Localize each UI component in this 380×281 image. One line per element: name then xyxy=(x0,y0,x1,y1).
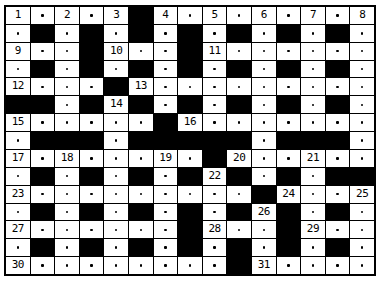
empty-cell-dot xyxy=(336,193,339,196)
cell-r9c5[interactable] xyxy=(104,150,128,167)
cell-r15c11[interactable]: 31 xyxy=(252,257,276,274)
cell-r5c3[interactable] xyxy=(55,78,79,95)
empty-cell-dot xyxy=(164,211,167,214)
clue-number: 3 xyxy=(113,7,119,21)
empty-cell-dot xyxy=(66,229,69,232)
block-r8c13 xyxy=(301,132,325,149)
cell-r5c7[interactable] xyxy=(154,78,178,95)
clue-number: 11 xyxy=(208,43,220,57)
empty-cell-dot xyxy=(90,86,93,89)
cell-r4c13[interactable] xyxy=(301,61,325,78)
cell-r13c15[interactable] xyxy=(350,221,374,238)
cell-r9c10[interactable]: 20 xyxy=(227,150,251,167)
empty-cell-dot xyxy=(140,50,143,53)
empty-cell-dot xyxy=(41,50,44,53)
clue-number: 4 xyxy=(162,7,168,21)
cell-r13c10[interactable] xyxy=(227,221,251,238)
empty-cell-dot xyxy=(213,32,216,35)
block-r11c11 xyxy=(252,186,276,203)
cell-r4c5[interactable] xyxy=(104,61,128,78)
cell-r3c6[interactable] xyxy=(129,43,153,60)
block-r10c14 xyxy=(326,168,350,185)
cell-r13c2[interactable] xyxy=(31,221,55,238)
cell-r9c4[interactable] xyxy=(80,150,104,167)
clue-number: 14 xyxy=(110,96,122,110)
cell-r4c3[interactable] xyxy=(55,61,79,78)
empty-cell-dot xyxy=(41,264,44,267)
block-r13c8 xyxy=(178,221,202,238)
cell-r13c3[interactable] xyxy=(55,221,79,238)
cell-r6c3[interactable] xyxy=(55,96,79,113)
block-r14c8 xyxy=(178,239,202,256)
cell-r2c9[interactable] xyxy=(203,25,227,42)
empty-cell-dot xyxy=(361,211,364,214)
cell-r10c7[interactable] xyxy=(154,168,178,185)
empty-cell-dot xyxy=(213,104,216,107)
clue-number: 30 xyxy=(12,257,24,271)
empty-cell-dot xyxy=(312,246,315,249)
empty-cell-dot xyxy=(312,104,315,107)
empty-cell-dot xyxy=(361,121,364,124)
empty-cell-dot xyxy=(263,104,266,107)
clue-number: 18 xyxy=(61,150,73,164)
cell-r3c14[interactable] xyxy=(326,43,350,60)
clue-number: 29 xyxy=(307,221,319,235)
cell-r7c8[interactable]: 16 xyxy=(178,114,202,131)
cell-r9c6[interactable] xyxy=(129,150,153,167)
cell-r3c12[interactable] xyxy=(277,43,301,60)
clue-number: 21 xyxy=(307,150,319,164)
cell-r4c9[interactable] xyxy=(203,61,227,78)
block-r2c8 xyxy=(178,25,202,42)
cell-r7c13[interactable] xyxy=(301,114,325,131)
empty-cell-dot xyxy=(115,229,118,232)
cell-r13c9[interactable]: 28 xyxy=(203,221,227,238)
cell-r4c15[interactable] xyxy=(350,61,374,78)
cell-r5c12[interactable] xyxy=(277,78,301,95)
cell-r3c3[interactable] xyxy=(55,43,79,60)
empty-cell-dot xyxy=(336,157,339,160)
cell-r3c2[interactable] xyxy=(31,43,55,60)
block-r10c4 xyxy=(80,168,104,185)
cell-r6c11[interactable] xyxy=(252,96,276,113)
cell-r10c11[interactable] xyxy=(252,168,276,185)
cell-r13c14[interactable] xyxy=(326,221,350,238)
empty-cell-dot xyxy=(287,14,290,17)
cell-r5c1[interactable]: 12 xyxy=(6,78,30,95)
empty-cell-dot xyxy=(66,86,69,89)
cell-r3c15[interactable] xyxy=(350,43,374,60)
cell-r14c11[interactable] xyxy=(252,239,276,256)
empty-cell-dot xyxy=(164,264,167,267)
block-r2c10 xyxy=(227,25,251,42)
cell-r9c11[interactable] xyxy=(252,150,276,167)
cell-r6c13[interactable] xyxy=(301,96,325,113)
cell-r9c13[interactable]: 21 xyxy=(301,150,325,167)
empty-cell-dot xyxy=(361,68,364,71)
empty-cell-dot xyxy=(361,86,364,89)
cell-r5c4[interactable] xyxy=(80,78,104,95)
cell-r3c11[interactable] xyxy=(252,43,276,60)
cell-r4c1[interactable] xyxy=(6,61,30,78)
block-r4c10 xyxy=(227,61,251,78)
empty-cell-dot xyxy=(115,246,118,249)
cell-r9c2[interactable] xyxy=(31,150,55,167)
cell-r6c5[interactable]: 14 xyxy=(104,96,128,113)
block-r10c10 xyxy=(227,168,251,185)
cell-r15c14[interactable] xyxy=(326,257,350,274)
empty-cell-dot xyxy=(189,264,192,267)
empty-cell-dot xyxy=(164,246,167,249)
cell-r12c13[interactable] xyxy=(301,204,325,221)
cell-r1c13[interactable]: 7 xyxy=(301,7,325,24)
cell-r6c15[interactable] xyxy=(350,96,374,113)
cell-r1c4[interactable] xyxy=(80,7,104,24)
clue-number: 5 xyxy=(212,7,218,21)
cell-r12c3[interactable] xyxy=(55,204,79,221)
empty-cell-dot xyxy=(361,229,364,232)
cell-r15c8[interactable] xyxy=(178,257,202,274)
block-r2c14 xyxy=(326,25,350,42)
cell-r15c5[interactable] xyxy=(104,257,128,274)
cell-r10c13[interactable] xyxy=(301,168,325,185)
cell-r4c11[interactable] xyxy=(252,61,276,78)
cell-r7c12[interactable] xyxy=(277,114,301,131)
block-r4c2 xyxy=(31,61,55,78)
cell-r8c11[interactable] xyxy=(252,132,276,149)
cell-r5c14[interactable] xyxy=(326,78,350,95)
block-r8c9 xyxy=(203,132,227,149)
cell-r2c7[interactable] xyxy=(154,25,178,42)
cell-r7c15[interactable] xyxy=(350,114,374,131)
empty-cell-dot xyxy=(263,121,266,124)
cell-r12c9[interactable] xyxy=(203,204,227,221)
cell-r4c7[interactable] xyxy=(154,61,178,78)
empty-cell-dot xyxy=(66,104,69,107)
cell-r15c13[interactable] xyxy=(301,257,325,274)
cell-r8c1[interactable] xyxy=(6,132,30,149)
empty-cell-dot xyxy=(115,211,118,214)
empty-cell-dot xyxy=(164,68,167,71)
cell-r13c7[interactable] xyxy=(154,221,178,238)
empty-cell-dot xyxy=(361,50,364,53)
cell-r5c9[interactable] xyxy=(203,78,227,95)
cell-r10c9[interactable]: 22 xyxy=(203,168,227,185)
empty-cell-dot xyxy=(336,14,339,17)
cell-r11c8[interactable] xyxy=(178,186,202,203)
empty-cell-dot xyxy=(263,50,266,53)
empty-cell-dot xyxy=(287,86,290,89)
cell-r14c1[interactable] xyxy=(6,239,30,256)
block-r8c3 xyxy=(55,132,79,149)
cell-r7c1[interactable]: 15 xyxy=(6,114,30,131)
cell-r13c1[interactable]: 27 xyxy=(6,221,30,238)
empty-cell-dot xyxy=(66,211,69,214)
cell-r13c11[interactable] xyxy=(252,221,276,238)
clue-number: 8 xyxy=(359,7,365,21)
cell-r5c8[interactable] xyxy=(178,78,202,95)
cell-r12c5[interactable] xyxy=(104,204,128,221)
cell-r1c10[interactable] xyxy=(227,7,251,24)
block-r10c8 xyxy=(178,168,202,185)
cell-r12c11[interactable]: 26 xyxy=(252,204,276,221)
cell-r5c15[interactable] xyxy=(350,78,374,95)
cell-r6c7[interactable] xyxy=(154,96,178,113)
cell-r11c4[interactable] xyxy=(80,186,104,203)
block-r12c8 xyxy=(178,204,202,221)
cell-r15c7[interactable] xyxy=(154,257,178,274)
cell-r1c9[interactable]: 5 xyxy=(203,7,227,24)
cell-r9c15[interactable] xyxy=(350,150,374,167)
block-r14c14 xyxy=(326,239,350,256)
block-r8c4 xyxy=(80,132,104,149)
block-r4c12 xyxy=(277,61,301,78)
block-r7c7 xyxy=(154,114,178,131)
cell-r12c1[interactable] xyxy=(6,204,30,221)
cell-r15c12[interactable] xyxy=(277,257,301,274)
cell-r3c5[interactable]: 10 xyxy=(104,43,128,60)
cell-r7c2[interactable] xyxy=(31,114,55,131)
cell-r13c4[interactable] xyxy=(80,221,104,238)
clue-number: 6 xyxy=(261,7,267,21)
cell-r15c15[interactable] xyxy=(350,257,374,274)
cell-r9c3[interactable]: 18 xyxy=(55,150,79,167)
clue-number: 23 xyxy=(12,186,24,200)
cell-r6c9[interactable] xyxy=(203,96,227,113)
clue-number: 10 xyxy=(110,43,122,57)
cell-r1c14[interactable] xyxy=(326,7,350,24)
empty-cell-dot xyxy=(312,193,315,196)
empty-cell-dot xyxy=(263,175,266,178)
cell-r3c10[interactable] xyxy=(227,43,251,60)
empty-cell-dot xyxy=(361,157,364,160)
cell-r11c3[interactable] xyxy=(55,186,79,203)
cell-r1c15[interactable]: 8 xyxy=(350,7,374,24)
cell-r15c4[interactable] xyxy=(80,257,104,274)
block-r9c9 xyxy=(203,150,227,167)
cell-r2c5[interactable] xyxy=(104,25,128,42)
block-r10c12 xyxy=(277,168,301,185)
empty-cell-dot xyxy=(312,86,315,89)
cell-r1c2[interactable] xyxy=(31,7,55,24)
empty-cell-dot xyxy=(140,229,143,232)
empty-cell-dot xyxy=(287,121,290,124)
empty-cell-dot xyxy=(164,193,167,196)
block-r3c8 xyxy=(178,43,202,60)
clue-number: 28 xyxy=(208,221,220,235)
block-r6c1 xyxy=(6,96,30,113)
cell-r15c9[interactable] xyxy=(203,257,227,274)
block-r12c4 xyxy=(80,204,104,221)
empty-cell-dot xyxy=(140,157,143,160)
cell-r15c1[interactable]: 30 xyxy=(6,257,30,274)
cell-r3c7[interactable] xyxy=(154,43,178,60)
cell-r11c2[interactable] xyxy=(31,186,55,203)
cell-r13c6[interactable] xyxy=(129,221,153,238)
empty-cell-dot xyxy=(90,157,93,160)
empty-cell-dot xyxy=(115,139,118,142)
empty-cell-dot xyxy=(213,193,216,196)
empty-cell-dot xyxy=(189,193,192,196)
block-r6c4 xyxy=(80,96,104,113)
empty-cell-dot xyxy=(140,264,143,267)
cell-r9c12[interactable] xyxy=(277,150,301,167)
block-r10c6 xyxy=(129,168,153,185)
clue-number: 16 xyxy=(184,114,196,128)
empty-cell-dot xyxy=(312,121,315,124)
cell-r9c14[interactable] xyxy=(326,150,350,167)
block-r6c14 xyxy=(326,96,350,113)
cell-r14c5[interactable] xyxy=(104,239,128,256)
cell-r1c8[interactable] xyxy=(178,7,202,24)
cell-r9c1[interactable]: 17 xyxy=(6,150,30,167)
clue-number: 13 xyxy=(135,78,147,92)
cell-r11c6[interactable] xyxy=(129,186,153,203)
cell-r11c14[interactable] xyxy=(326,186,350,203)
cell-r14c3[interactable] xyxy=(55,239,79,256)
empty-cell-dot xyxy=(336,229,339,232)
cell-r1c5[interactable]: 3 xyxy=(104,7,128,24)
cell-r10c5[interactable] xyxy=(104,168,128,185)
cell-r5c11[interactable] xyxy=(252,78,276,95)
cell-r10c1[interactable] xyxy=(6,168,30,185)
empty-cell-dot xyxy=(17,211,20,214)
clue-number: 26 xyxy=(258,204,270,218)
cell-r11c12[interactable]: 24 xyxy=(277,186,301,203)
block-r12c14 xyxy=(326,204,350,221)
empty-cell-dot xyxy=(263,246,266,249)
cell-r2c15[interactable] xyxy=(350,25,374,42)
block-r14c12 xyxy=(277,239,301,256)
empty-cell-dot xyxy=(164,50,167,53)
empty-cell-dot xyxy=(115,264,118,267)
empty-cell-dot xyxy=(66,32,69,35)
cell-r5c13[interactable] xyxy=(301,78,325,95)
cell-r15c3[interactable] xyxy=(55,257,79,274)
cell-r11c7[interactable] xyxy=(154,186,178,203)
clue-number: 25 xyxy=(356,186,368,200)
empty-cell-dot xyxy=(336,86,339,89)
cell-r14c9[interactable] xyxy=(203,239,227,256)
cell-r1c11[interactable]: 6 xyxy=(252,7,276,24)
cell-r7c3[interactable] xyxy=(55,114,79,131)
empty-cell-dot xyxy=(41,14,44,17)
cell-r11c10[interactable] xyxy=(227,186,251,203)
cell-r15c2[interactable] xyxy=(31,257,55,274)
clue-number: 24 xyxy=(282,186,294,200)
cell-r1c1[interactable]: 1 xyxy=(6,7,30,24)
block-r8c6 xyxy=(129,132,153,149)
cell-r5c6[interactable]: 13 xyxy=(129,78,153,95)
cell-r14c7[interactable] xyxy=(154,239,178,256)
cell-r3c9[interactable]: 11 xyxy=(203,43,227,60)
empty-cell-dot xyxy=(263,229,266,232)
cell-r12c7[interactable] xyxy=(154,204,178,221)
cell-r3c13[interactable] xyxy=(301,43,325,60)
cell-r2c1[interactable] xyxy=(6,25,30,42)
empty-cell-dot xyxy=(361,104,364,107)
block-r10c15 xyxy=(350,168,374,185)
cell-r11c5[interactable] xyxy=(104,186,128,203)
cell-r2c3[interactable] xyxy=(55,25,79,42)
empty-cell-dot xyxy=(66,264,69,267)
block-r8c8 xyxy=(178,132,202,149)
empty-cell-dot xyxy=(263,157,266,160)
clue-number: 9 xyxy=(15,43,21,57)
cell-r9c7[interactable]: 19 xyxy=(154,150,178,167)
block-r14c6 xyxy=(129,239,153,256)
cell-r7c11[interactable] xyxy=(252,114,276,131)
cell-r13c13[interactable]: 29 xyxy=(301,221,325,238)
empty-cell-dot xyxy=(238,86,241,89)
cell-r3c1[interactable]: 9 xyxy=(6,43,30,60)
cell-r1c7[interactable]: 4 xyxy=(154,7,178,24)
cell-r2c11[interactable] xyxy=(252,25,276,42)
cell-r5c10[interactable] xyxy=(227,78,251,95)
empty-cell-dot xyxy=(336,264,339,267)
block-r12c6 xyxy=(129,204,153,221)
empty-cell-dot xyxy=(140,121,143,124)
cell-r15c6[interactable] xyxy=(129,257,153,274)
cell-r1c12[interactable] xyxy=(277,7,301,24)
cell-r14c15[interactable] xyxy=(350,239,374,256)
cell-r7c9[interactable] xyxy=(203,114,227,131)
block-r8c10 xyxy=(227,132,251,149)
cell-r1c3[interactable]: 2 xyxy=(55,7,79,24)
block-r2c2 xyxy=(31,25,55,42)
clue-number: 19 xyxy=(159,150,171,164)
cell-r7c10[interactable] xyxy=(227,114,251,131)
cell-r5c2[interactable] xyxy=(31,78,55,95)
clue-number: 15 xyxy=(12,114,24,128)
empty-cell-dot xyxy=(164,86,167,89)
clue-number: 2 xyxy=(64,7,70,21)
block-r12c10 xyxy=(227,204,251,221)
cell-r8c15[interactable] xyxy=(350,132,374,149)
cell-r12c15[interactable] xyxy=(350,204,374,221)
cell-r7c5[interactable] xyxy=(104,114,128,131)
cell-r11c9[interactable] xyxy=(203,186,227,203)
empty-cell-dot xyxy=(263,68,266,71)
block-r4c6 xyxy=(129,61,153,78)
block-r12c2 xyxy=(31,204,55,221)
clue-number: 27 xyxy=(12,221,24,235)
crossword-grid: 1234567891011121314151617181920212223242… xyxy=(4,5,376,276)
empty-cell-dot xyxy=(41,229,44,232)
cell-r11c13[interactable] xyxy=(301,186,325,203)
empty-cell-dot xyxy=(312,68,315,71)
block-r3c4 xyxy=(80,43,104,60)
empty-cell-dot xyxy=(361,32,364,35)
cell-r7c6[interactable] xyxy=(129,114,153,131)
empty-cell-dot xyxy=(189,86,192,89)
clue-number: 31 xyxy=(258,257,270,271)
cell-r2c13[interactable] xyxy=(301,25,325,42)
cell-r11c15[interactable]: 25 xyxy=(350,186,374,203)
cell-r7c4[interactable] xyxy=(80,114,104,131)
cell-r8c5[interactable] xyxy=(104,132,128,149)
cell-r11c1[interactable]: 23 xyxy=(6,186,30,203)
cell-r14c13[interactable] xyxy=(301,239,325,256)
empty-cell-dot xyxy=(213,121,216,124)
cell-r9c8[interactable] xyxy=(178,150,202,167)
empty-cell-dot xyxy=(336,121,339,124)
cell-r13c5[interactable] xyxy=(104,221,128,238)
cell-r10c3[interactable] xyxy=(55,168,79,185)
cell-r7c14[interactable] xyxy=(326,114,350,131)
clue-number: 1 xyxy=(15,7,21,21)
empty-cell-dot xyxy=(312,50,315,53)
